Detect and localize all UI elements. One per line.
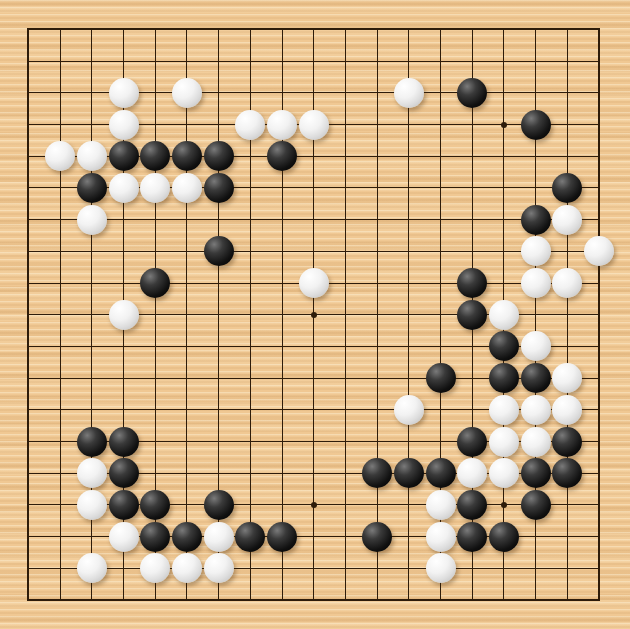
black-stone <box>140 522 170 552</box>
white-stone <box>109 300 139 330</box>
black-stone <box>204 490 234 520</box>
white-stone <box>489 395 519 425</box>
black-stone <box>204 236 234 266</box>
black-stone <box>552 173 582 203</box>
black-stone <box>426 458 456 488</box>
star-point <box>311 502 317 508</box>
white-stone <box>77 553 107 583</box>
white-stone <box>77 205 107 235</box>
black-stone <box>457 78 487 108</box>
white-stone <box>204 553 234 583</box>
black-stone <box>394 458 424 488</box>
grid-line-horizontal <box>27 568 600 569</box>
white-stone <box>267 110 297 140</box>
white-stone <box>109 173 139 203</box>
white-stone <box>299 110 329 140</box>
black-stone <box>362 522 392 552</box>
white-stone <box>489 427 519 457</box>
white-stone <box>77 141 107 171</box>
black-stone <box>521 363 551 393</box>
grid-line-vertical <box>567 28 568 601</box>
white-stone <box>172 553 202 583</box>
black-stone <box>521 205 551 235</box>
black-stone <box>77 173 107 203</box>
black-stone <box>172 522 202 552</box>
grid-line-vertical <box>377 28 378 601</box>
white-stone <box>521 236 551 266</box>
white-stone <box>489 300 519 330</box>
white-stone <box>489 458 519 488</box>
black-stone <box>362 458 392 488</box>
white-stone <box>109 110 139 140</box>
white-stone <box>235 110 265 140</box>
black-stone <box>552 427 582 457</box>
black-stone <box>521 110 551 140</box>
white-stone <box>172 78 202 108</box>
white-stone <box>521 268 551 298</box>
black-stone <box>426 363 456 393</box>
white-stone <box>172 173 202 203</box>
black-stone <box>457 268 487 298</box>
star-point <box>501 122 507 128</box>
black-stone <box>457 490 487 520</box>
black-stone <box>235 522 265 552</box>
black-stone <box>204 141 234 171</box>
black-stone <box>457 300 487 330</box>
black-stone <box>521 490 551 520</box>
black-stone <box>204 173 234 203</box>
black-stone <box>109 427 139 457</box>
star-point <box>501 502 507 508</box>
white-stone <box>552 268 582 298</box>
white-stone <box>204 522 234 552</box>
black-stone <box>140 268 170 298</box>
black-stone <box>489 363 519 393</box>
black-stone <box>489 522 519 552</box>
black-stone <box>457 427 487 457</box>
white-stone <box>584 236 614 266</box>
white-stone <box>45 141 75 171</box>
black-stone <box>172 141 202 171</box>
go-board[interactable] <box>0 0 630 629</box>
white-stone <box>457 458 487 488</box>
white-stone <box>552 205 582 235</box>
white-stone <box>140 173 170 203</box>
white-stone <box>426 553 456 583</box>
white-stone <box>140 553 170 583</box>
white-stone <box>77 490 107 520</box>
black-stone <box>109 490 139 520</box>
white-stone <box>552 363 582 393</box>
white-stone <box>77 458 107 488</box>
black-stone <box>552 458 582 488</box>
black-stone <box>521 458 551 488</box>
white-stone <box>394 78 424 108</box>
black-stone <box>140 490 170 520</box>
black-stone <box>267 141 297 171</box>
black-stone <box>77 427 107 457</box>
white-stone <box>552 395 582 425</box>
white-stone <box>109 522 139 552</box>
white-stone <box>521 395 551 425</box>
white-stone <box>521 331 551 361</box>
white-stone <box>426 490 456 520</box>
grid-line-vertical <box>345 28 346 601</box>
black-stone <box>457 522 487 552</box>
black-stone <box>109 141 139 171</box>
black-stone <box>109 458 139 488</box>
star-point <box>311 312 317 318</box>
white-stone <box>299 268 329 298</box>
grid-line-horizontal <box>27 599 600 601</box>
white-stone <box>521 427 551 457</box>
grid-line-vertical <box>598 28 600 601</box>
white-stone <box>426 522 456 552</box>
white-stone <box>394 395 424 425</box>
white-stone <box>109 78 139 108</box>
black-stone <box>140 141 170 171</box>
black-stone <box>489 331 519 361</box>
grid-line-vertical <box>408 28 409 601</box>
black-stone <box>267 522 297 552</box>
